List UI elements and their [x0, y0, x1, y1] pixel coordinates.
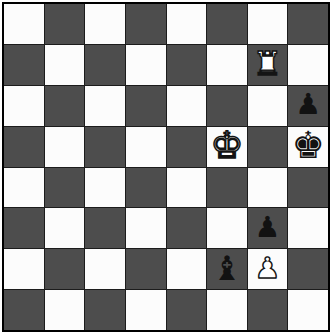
- square-d3: [126, 208, 166, 248]
- square-a2: [4, 249, 44, 289]
- square-d2: [126, 249, 166, 289]
- square-e2: [167, 249, 207, 289]
- square-c4: [85, 168, 125, 208]
- piece-white-king-f5: ♚: [210, 127, 243, 164]
- square-e8: [167, 4, 207, 44]
- square-c2: [85, 249, 125, 289]
- scanned-diagram-page: ♜♟♚♚♟♝♟: [0, 0, 334, 336]
- square-d4: [126, 168, 166, 208]
- square-b5: [45, 127, 85, 167]
- square-h3: [288, 208, 328, 248]
- square-f4: [207, 168, 247, 208]
- square-c5: [85, 127, 125, 167]
- square-d8: [126, 4, 166, 44]
- square-e5: [167, 127, 207, 167]
- square-a6: [4, 86, 44, 126]
- square-h2: [288, 249, 328, 289]
- square-g2: ♟: [248, 249, 288, 289]
- square-b2: [45, 249, 85, 289]
- square-c3: [85, 208, 125, 248]
- square-f5: ♚: [207, 127, 247, 167]
- square-e3: [167, 208, 207, 248]
- square-f7: [207, 45, 247, 85]
- square-c8: [85, 4, 125, 44]
- square-b6: [45, 86, 85, 126]
- square-d5: [126, 127, 166, 167]
- square-f2: ♝: [207, 249, 247, 289]
- piece-black-pawn-g3: ♟: [255, 213, 281, 242]
- square-e7: [167, 45, 207, 85]
- square-g8: [248, 4, 288, 44]
- piece-white-rook-g7: ♜: [253, 47, 283, 80]
- square-h5: ♚: [288, 127, 328, 167]
- square-a3: [4, 208, 44, 248]
- square-a5: [4, 127, 44, 167]
- square-h4: [288, 168, 328, 208]
- square-b7: [45, 45, 85, 85]
- square-b4: [45, 168, 85, 208]
- square-e6: [167, 86, 207, 126]
- square-f3: [207, 208, 247, 248]
- square-d1: [126, 290, 166, 330]
- square-h8: [288, 4, 328, 44]
- square-f6: [207, 86, 247, 126]
- square-g6: [248, 86, 288, 126]
- square-g1: [248, 290, 288, 330]
- piece-black-king-h5: ♚: [292, 127, 325, 164]
- square-g3: ♟: [248, 208, 288, 248]
- square-c6: [85, 86, 125, 126]
- square-h1: [288, 290, 328, 330]
- square-e4: [167, 168, 207, 208]
- chess-board: ♜♟♚♚♟♝♟: [2, 2, 330, 332]
- square-g4: [248, 168, 288, 208]
- square-b3: [45, 208, 85, 248]
- piece-black-pawn-h6: ♟: [295, 90, 321, 119]
- piece-black-bishop-f2: ♝: [212, 251, 242, 285]
- square-g7: ♜: [248, 45, 288, 85]
- square-d7: [126, 45, 166, 85]
- piece-white-pawn-g2: ♟: [255, 254, 281, 283]
- square-f1: [207, 290, 247, 330]
- square-b1: [45, 290, 85, 330]
- square-e1: [167, 290, 207, 330]
- square-c7: [85, 45, 125, 85]
- square-d6: [126, 86, 166, 126]
- square-g5: [248, 127, 288, 167]
- square-a4: [4, 168, 44, 208]
- square-c1: [85, 290, 125, 330]
- square-h7: [288, 45, 328, 85]
- square-a8: [4, 4, 44, 44]
- square-b8: [45, 4, 85, 44]
- square-a1: [4, 290, 44, 330]
- square-h6: ♟: [288, 86, 328, 126]
- square-a7: [4, 45, 44, 85]
- square-f8: [207, 4, 247, 44]
